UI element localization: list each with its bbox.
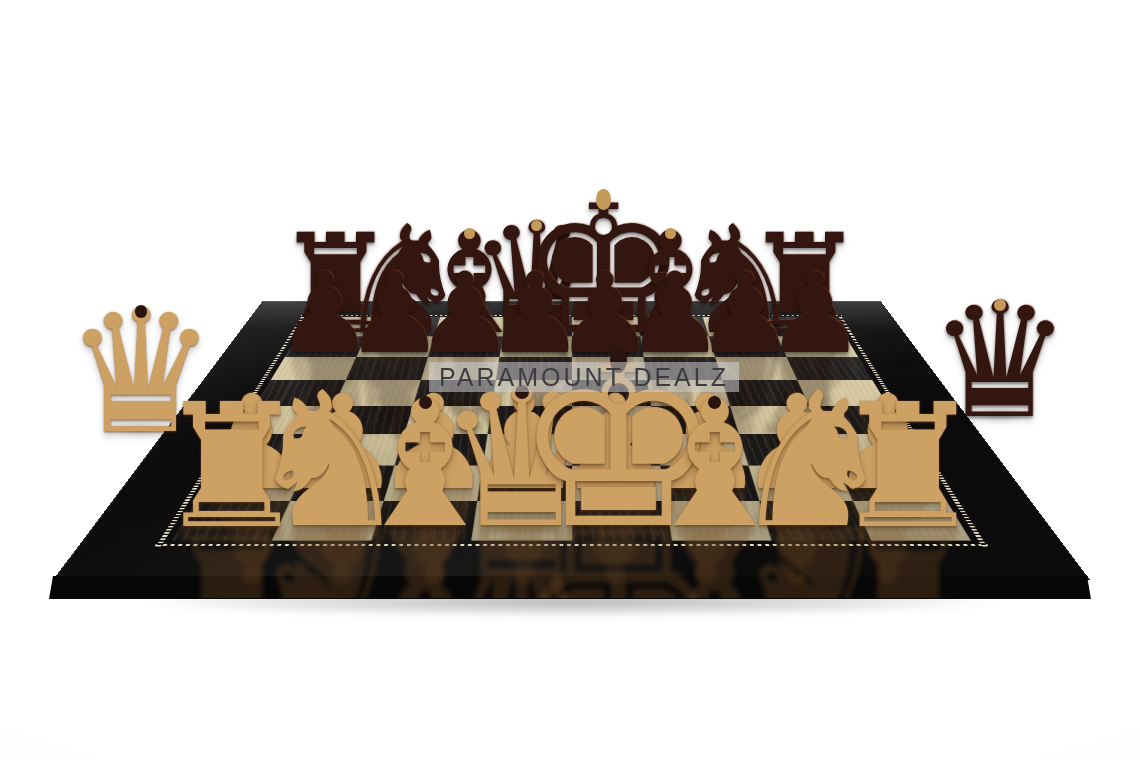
scene: ♜♞♝♛♚♝♞♜♟♟♟♟♟♟♟♟♟♟♟♟♟♟♟♟♜♞♝♛♚♝♞♜ ♜♞♝♛♚♝♞… (0, 0, 1140, 760)
board-shadow (28, 586, 1112, 624)
gold-finial (994, 299, 1006, 311)
piece-black-queen-spare-right[interactable]: ♛ (920, 281, 1080, 441)
watermark: PARAMOUNT DEALZ (429, 362, 739, 392)
dark-finial (135, 305, 148, 318)
piece-white-queen-spare-left[interactable]: ♛ (56, 286, 227, 457)
